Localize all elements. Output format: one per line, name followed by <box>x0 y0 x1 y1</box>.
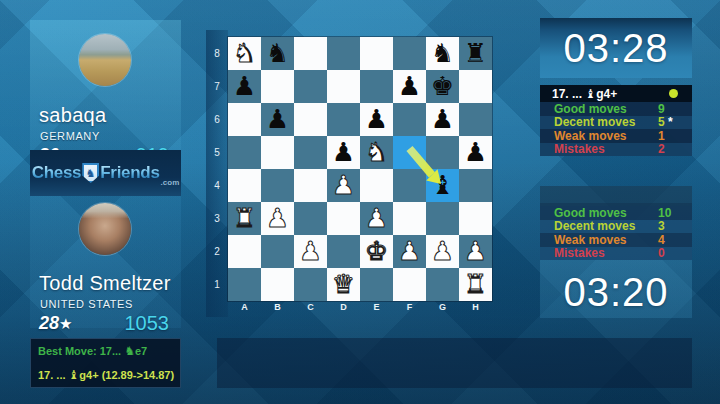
stat-row-mistakes: Mistakes0 <box>540 247 692 261</box>
piece-black-P-b6[interactable]: ♟ <box>266 103 289 136</box>
square-e5[interactable]: ♞ <box>360 136 393 169</box>
piece-white-N-e5[interactable]: ♞ <box>365 136 388 169</box>
square-a3[interactable]: ♜ <box>228 202 261 235</box>
stats-rows: Good moves9Decent moves5 *Weak moves1Mis… <box>540 102 692 156</box>
square-f3[interactable] <box>393 202 426 235</box>
piece-black-P-f7[interactable]: ♟ <box>398 70 421 103</box>
square-d1[interactable]: ♛ <box>327 268 360 301</box>
played-move-eval: g4+ (12.89->14.87) <box>79 369 174 381</box>
stat-label: Weak moves <box>554 129 627 143</box>
square-d8[interactable] <box>327 37 360 70</box>
bottom-player-name: Todd Smeltzer <box>39 272 171 295</box>
bottom-player-level-value: 28 <box>39 313 59 333</box>
file-label-E: E <box>360 302 393 317</box>
rank-label-2: 2 <box>206 235 228 268</box>
star-icon: ★ <box>59 315 72 333</box>
square-g2[interactable]: ♟ <box>426 235 459 268</box>
square-b4[interactable] <box>261 169 294 202</box>
square-b6[interactable]: ♟ <box>261 103 294 136</box>
square-a4[interactable] <box>228 169 261 202</box>
knight-icon: ♞ <box>86 168 96 179</box>
played-move-text: 17. ... <box>38 369 69 381</box>
rank-label-4: 4 <box>206 169 228 202</box>
top-player-stats: 17. ... ♝g4+ Good moves9Decent moves5 *W… <box>540 85 692 156</box>
best-move-target: e7 <box>135 345 147 357</box>
piece-black-P-d5[interactable]: ♟ <box>332 136 355 169</box>
square-c7[interactable] <box>294 70 327 103</box>
turn-indicator-dot <box>669 89 678 98</box>
logo-chess-text: Chess <box>32 163 82 183</box>
square-f4[interactable] <box>393 169 426 202</box>
piece-white-P-h2[interactable]: ♟ <box>464 235 487 268</box>
square-d2[interactable] <box>327 235 360 268</box>
stat-value: 4 <box>658 233 665 247</box>
square-e8[interactable] <box>360 37 393 70</box>
stat-value: 3 <box>658 219 665 233</box>
square-e4[interactable] <box>360 169 393 202</box>
stat-label: Mistakes <box>554 246 605 260</box>
square-d5[interactable]: ♟ <box>327 136 360 169</box>
piece-black-P-h5[interactable]: ♟ <box>464 136 487 169</box>
logo-friends-text: Friends <box>100 163 159 183</box>
square-h6[interactable] <box>459 103 492 136</box>
stat-note: * <box>665 115 673 129</box>
stats-rows: Good moves10Decent moves3Weak moves4Mist… <box>540 206 692 260</box>
square-c5[interactable] <box>294 136 327 169</box>
square-d3[interactable] <box>327 202 360 235</box>
piece-white-P-e3[interactable]: ♟ <box>365 202 388 235</box>
square-g7[interactable]: ♚ <box>426 70 459 103</box>
piece-white-P-b3[interactable]: ♟ <box>266 202 289 235</box>
square-h4[interactable] <box>459 169 492 202</box>
square-e6[interactable]: ♟ <box>360 103 393 136</box>
piece-white-P-d4[interactable]: ♟ <box>332 169 355 202</box>
stat-value: 1 <box>658 129 665 143</box>
stat-row-good-moves: Good moves10 <box>540 206 692 220</box>
piece-black-P-g6[interactable]: ♟ <box>431 103 454 136</box>
stats-header-empty <box>540 186 692 206</box>
square-b3[interactable]: ♟ <box>261 202 294 235</box>
square-g6[interactable]: ♟ <box>426 103 459 136</box>
piece-white-N-a8[interactable]: ♞ <box>233 37 256 70</box>
square-c8[interactable] <box>294 37 327 70</box>
piece-white-Q-d1[interactable]: ♛ <box>332 268 355 301</box>
square-g8[interactable]: ♞ <box>426 37 459 70</box>
square-d7[interactable] <box>327 70 360 103</box>
square-b2[interactable] <box>261 235 294 268</box>
stat-label: Weak moves <box>554 233 627 247</box>
file-label-F: F <box>393 302 426 317</box>
bottom-info-bar <box>217 338 692 388</box>
square-a7[interactable]: ♟ <box>228 70 261 103</box>
piece-white-R-a3[interactable]: ♜ <box>233 202 256 235</box>
rank-labels: 87654321 <box>206 37 228 301</box>
bottom-player-level: 28★ <box>39 313 72 334</box>
chess-board: ♞♞♞♜♟♟♚♟♟♟♟♞♟♟♝♜♟♟♟♚♟♟♟♛♜ <box>228 37 492 301</box>
best-move-text: Best Move: 17... <box>38 345 124 357</box>
stats-header-move: 17. ... ♝g4+ <box>540 85 692 102</box>
avatar-bottom-player[interactable] <box>79 203 131 255</box>
move-rest: g4+ <box>596 87 617 101</box>
piece-white-P-g2[interactable]: ♟ <box>431 235 454 268</box>
file-label-B: B <box>261 302 294 317</box>
bishop-icon: ♝ <box>585 87 596 101</box>
top-player-name: sabaqa <box>39 104 106 127</box>
top-player-clock: 03:28 <box>540 18 692 78</box>
chessfriends-logo[interactable]: Chess ♞ Friends .com <box>30 150 181 196</box>
square-e1[interactable] <box>360 268 393 301</box>
stat-row-weak-moves: Weak moves1 <box>540 129 692 143</box>
analysis-box: Best Move: 17... ♞e7 17. ... ♝g4+ (12.89… <box>30 338 181 388</box>
stat-row-weak-moves: Weak moves4 <box>540 233 692 247</box>
stat-row-decent-moves: Decent moves5 * <box>540 116 692 130</box>
bottom-player-rating: 1053 <box>125 312 170 335</box>
knight-icon: ♞ <box>124 344 135 358</box>
square-c6[interactable] <box>294 103 327 136</box>
stat-value: 2 <box>658 142 665 156</box>
stat-value: 9 <box>658 102 665 116</box>
rank-label-5: 5 <box>206 136 228 169</box>
piece-white-K-e2[interactable]: ♚ <box>365 235 388 268</box>
file-label-G: G <box>426 302 459 317</box>
square-h5[interactable]: ♟ <box>459 136 492 169</box>
last-move-label: 17. ... ♝g4+ <box>552 87 617 101</box>
stat-label: Decent moves <box>554 219 635 233</box>
piece-black-P-a7[interactable]: ♟ <box>233 70 256 103</box>
rank-label-7: 7 <box>206 70 228 103</box>
board-grid: ♞♞♞♜♟♟♚♟♟♟♟♞♟♟♝♜♟♟♟♚♟♟♟♛♜ <box>228 37 492 301</box>
piece-white-P-c2[interactable]: ♟ <box>299 235 322 268</box>
square-e7[interactable] <box>360 70 393 103</box>
piece-black-K-g7[interactable]: ♚ <box>431 70 454 103</box>
stat-row-decent-moves: Decent moves3 <box>540 220 692 234</box>
top-player-country: GERMANY <box>40 130 100 142</box>
square-c2[interactable]: ♟ <box>294 235 327 268</box>
rank-label-1: 1 <box>206 268 228 301</box>
stat-value: 10 <box>658 206 671 220</box>
square-h3[interactable] <box>459 202 492 235</box>
square-h2[interactable]: ♟ <box>459 235 492 268</box>
square-h1[interactable]: ♜ <box>459 268 492 301</box>
file-labels: ABCDEFGH <box>228 302 492 317</box>
logo-tld-text: .com <box>161 178 180 187</box>
rank-label-3: 3 <box>206 202 228 235</box>
square-f5[interactable] <box>393 136 426 169</box>
square-b5[interactable] <box>261 136 294 169</box>
avatar-top-player[interactable] <box>79 34 131 86</box>
file-label-D: D <box>327 302 360 317</box>
stat-value: 5 * <box>658 115 673 129</box>
piece-white-P-f2[interactable]: ♟ <box>398 235 421 268</box>
piece-black-B-g4[interactable]: ♝ <box>431 169 454 202</box>
square-c1[interactable] <box>294 268 327 301</box>
rank-label-6: 6 <box>206 103 228 136</box>
square-f8[interactable] <box>393 37 426 70</box>
bottom-player-country: UNITED STATES <box>40 298 133 310</box>
file-label-C: C <box>294 302 327 317</box>
square-d4[interactable]: ♟ <box>327 169 360 202</box>
square-c4[interactable] <box>294 169 327 202</box>
square-d6[interactable] <box>327 103 360 136</box>
stat-label: Good moves <box>554 102 627 116</box>
square-a6[interactable] <box>228 103 261 136</box>
played-move-line: 17. ... ♝g4+ (12.89->14.87) <box>38 368 174 382</box>
bishop-icon: ♝ <box>69 368 80 382</box>
bottom-player-clock: 03:20 <box>540 264 692 320</box>
square-h7[interactable] <box>459 70 492 103</box>
piece-black-N-b8[interactable]: ♞ <box>266 37 289 70</box>
piece-white-R-h1[interactable]: ♜ <box>464 268 487 301</box>
square-b8[interactable]: ♞ <box>261 37 294 70</box>
bottom-player-stats-panel: Good moves10Decent moves3Weak moves4Mist… <box>540 186 692 318</box>
file-label-H: H <box>459 302 492 317</box>
square-g1[interactable] <box>426 268 459 301</box>
piece-black-R-h8[interactable]: ♜ <box>464 37 487 70</box>
square-h8[interactable]: ♜ <box>459 37 492 70</box>
square-e2[interactable]: ♚ <box>360 235 393 268</box>
square-f1[interactable] <box>393 268 426 301</box>
square-f6[interactable] <box>393 103 426 136</box>
square-g3[interactable] <box>426 202 459 235</box>
best-move-line: Best Move: 17... ♞e7 <box>38 344 147 358</box>
stat-value: 0 <box>658 246 665 260</box>
stat-label: Mistakes <box>554 142 605 156</box>
top-clock-time: 03:28 <box>563 26 668 71</box>
rank-label-8: 8 <box>206 37 228 70</box>
square-c3[interactable] <box>294 202 327 235</box>
bottom-clock-time: 03:20 <box>563 270 668 315</box>
piece-black-N-g8[interactable]: ♞ <box>431 37 454 70</box>
square-f2[interactable]: ♟ <box>393 235 426 268</box>
file-label-A: A <box>228 302 261 317</box>
square-g5[interactable] <box>426 136 459 169</box>
square-e3[interactable]: ♟ <box>360 202 393 235</box>
square-a1[interactable] <box>228 268 261 301</box>
stat-row-mistakes: Mistakes2 <box>540 143 692 157</box>
piece-black-P-e6[interactable]: ♟ <box>365 103 388 136</box>
move-prefix: 17. ... <box>552 87 585 101</box>
square-b7[interactable] <box>261 70 294 103</box>
square-a5[interactable] <box>228 136 261 169</box>
square-b1[interactable] <box>261 268 294 301</box>
shield-knight-icon: ♞ <box>82 163 99 183</box>
stat-row-good-moves: Good moves9 <box>540 102 692 116</box>
square-f7[interactable]: ♟ <box>393 70 426 103</box>
square-a8[interactable]: ♞ <box>228 37 261 70</box>
square-g4[interactable]: ♝ <box>426 169 459 202</box>
square-a2[interactable] <box>228 235 261 268</box>
stat-label: Good moves <box>554 206 627 220</box>
app-window: sabaqa GERMANY 30★ 919 Todd Smeltzer UNI… <box>0 0 720 404</box>
stat-label: Decent moves <box>554 115 635 129</box>
